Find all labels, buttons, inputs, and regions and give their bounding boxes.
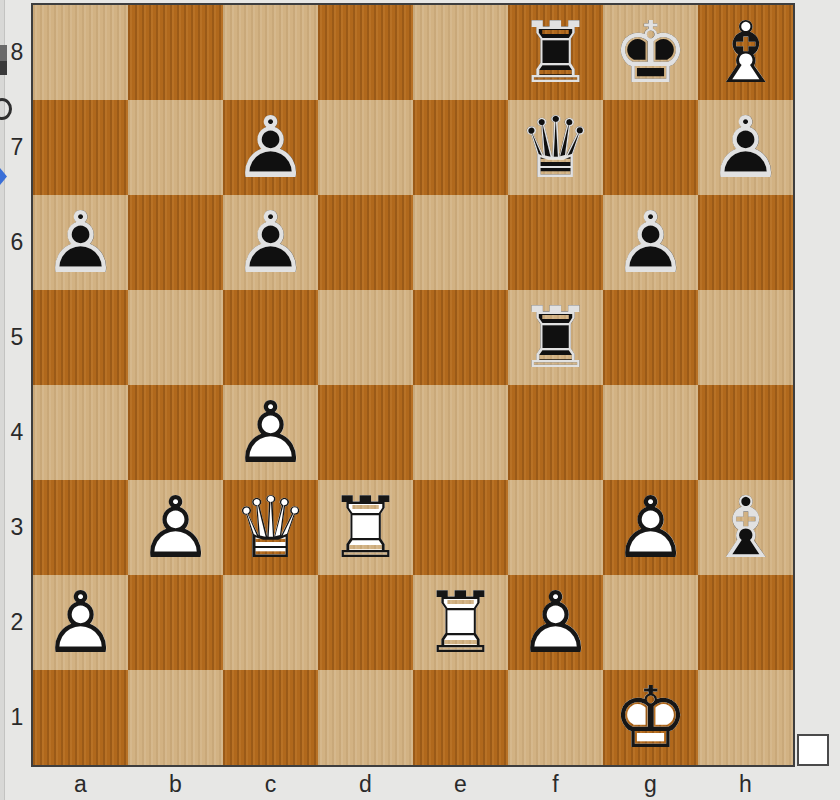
piece-outline-glyph: ♖: [318, 480, 413, 575]
square-h1[interactable]: [698, 670, 793, 765]
white-pawn-c4[interactable]: ♟♙: [223, 385, 318, 480]
file-label-h: h: [698, 770, 793, 798]
white-bishop-h8[interactable]: ♝♗: [698, 5, 793, 100]
square-c6[interactable]: ♟♙: [223, 195, 318, 290]
black-bishop-h3[interactable]: ♝♗: [698, 480, 793, 575]
black-pawn-a6[interactable]: ♟♙: [33, 195, 128, 290]
square-f2[interactable]: ♟♙: [508, 575, 603, 670]
square-d8[interactable]: [318, 5, 413, 100]
black-pawn-g6[interactable]: ♟♙: [603, 195, 698, 290]
square-h5[interactable]: [698, 290, 793, 385]
rank-label-4: 4: [4, 385, 30, 480]
square-g4[interactable]: [603, 385, 698, 480]
square-g3[interactable]: ♟♙: [603, 480, 698, 575]
piece-outline-glyph: ♔: [603, 5, 698, 100]
square-f6[interactable]: [508, 195, 603, 290]
file-label-f: f: [508, 770, 603, 798]
rank-label-8: 8: [4, 5, 30, 100]
square-a4[interactable]: [33, 385, 128, 480]
piece-outline-glyph: ♙: [223, 100, 318, 195]
rank-labels: 87654321: [4, 5, 30, 765]
square-h3[interactable]: ♝♗: [698, 480, 793, 575]
piece-outline-glyph: ♕: [223, 480, 318, 575]
white-king-g1[interactable]: ♚♔: [603, 670, 698, 765]
black-pawn-h7[interactable]: ♟♙: [698, 100, 793, 195]
square-f4[interactable]: [508, 385, 603, 480]
file-label-d: d: [318, 770, 413, 798]
white-queen-c3[interactable]: ♛♕: [223, 480, 318, 575]
black-queen-f7[interactable]: ♛♕: [508, 100, 603, 195]
square-a3[interactable]: [33, 480, 128, 575]
square-a2[interactable]: ♟♙: [33, 575, 128, 670]
square-d7[interactable]: [318, 100, 413, 195]
piece-outline-glyph: ♙: [128, 480, 223, 575]
rank-label-2: 2: [4, 575, 30, 670]
square-h8[interactable]: ♝♗: [698, 5, 793, 100]
square-c2[interactable]: [223, 575, 318, 670]
file-label-b: b: [128, 770, 223, 798]
white-pawn-f2[interactable]: ♟♙: [508, 575, 603, 670]
square-f5[interactable]: ♜♖: [508, 290, 603, 385]
square-d2[interactable]: [318, 575, 413, 670]
square-g6[interactable]: ♟♙: [603, 195, 698, 290]
square-c1[interactable]: [223, 670, 318, 765]
square-a6[interactable]: ♟♙: [33, 195, 128, 290]
piece-outline-glyph: ♗: [698, 5, 793, 100]
rank-label-7: 7: [4, 100, 30, 195]
piece-outline-glyph: ♙: [223, 195, 318, 290]
square-d3[interactable]: ♜♖: [318, 480, 413, 575]
piece-outline-glyph: ♙: [223, 385, 318, 480]
file-labels: abcdefgh: [33, 770, 793, 798]
square-c5[interactable]: [223, 290, 318, 385]
square-b7[interactable]: [128, 100, 223, 195]
chess-board-frame: ♜♖♚♔♝♗♟♙♛♕♟♙♟♙♟♙♟♙♜♖♟♙♟♙♛♕♜♖♟♙♝♗♟♙♜♖♟♙♚♔: [31, 3, 795, 767]
square-e1[interactable]: [413, 670, 508, 765]
screenshot-canvas: 87654321 ♜♖♚♔♝♗♟♙♛♕♟♙♟♙♟♙♟♙♜♖♟♙♟♙♛♕♜♖♟♙♝…: [0, 0, 840, 800]
chess-board: ♜♖♚♔♝♗♟♙♛♕♟♙♟♙♟♙♟♙♜♖♟♙♟♙♛♕♜♖♟♙♝♗♟♙♜♖♟♙♚♔: [33, 5, 793, 765]
white-pawn-g3[interactable]: ♟♙: [603, 480, 698, 575]
square-b5[interactable]: [128, 290, 223, 385]
piece-outline-glyph: ♙: [698, 100, 793, 195]
black-pawn-c6[interactable]: ♟♙: [223, 195, 318, 290]
piece-outline-glyph: ♙: [603, 195, 698, 290]
piece-outline-glyph: ♗: [698, 480, 793, 575]
black-pawn-c7[interactable]: ♟♙: [223, 100, 318, 195]
black-rook-f8[interactable]: ♜♖: [508, 5, 603, 100]
square-a5[interactable]: [33, 290, 128, 385]
piece-outline-glyph: ♖: [508, 290, 603, 385]
white-pawn-a2[interactable]: ♟♙: [33, 575, 128, 670]
square-f1[interactable]: [508, 670, 603, 765]
square-b3[interactable]: ♟♙: [128, 480, 223, 575]
square-g2[interactable]: [603, 575, 698, 670]
white-pawn-b3[interactable]: ♟♙: [128, 480, 223, 575]
square-a7[interactable]: [33, 100, 128, 195]
file-label-g: g: [603, 770, 698, 798]
square-c8[interactable]: [223, 5, 318, 100]
square-b8[interactable]: [128, 5, 223, 100]
square-e2[interactable]: ♜♖: [413, 575, 508, 670]
corner-box[interactable]: [797, 734, 829, 766]
rank-label-6: 6: [4, 195, 30, 290]
square-c4[interactable]: ♟♙: [223, 385, 318, 480]
piece-outline-glyph: ♙: [33, 575, 128, 670]
square-d1[interactable]: [318, 670, 413, 765]
square-e7[interactable]: [413, 100, 508, 195]
file-label-e: e: [413, 770, 508, 798]
square-h2[interactable]: [698, 575, 793, 670]
white-rook-d3[interactable]: ♜♖: [318, 480, 413, 575]
square-d6[interactable]: [318, 195, 413, 290]
square-b4[interactable]: [128, 385, 223, 480]
black-king-g8[interactable]: ♚♔: [603, 5, 698, 100]
square-a1[interactable]: [33, 670, 128, 765]
piece-outline-glyph: ♕: [508, 100, 603, 195]
piece-outline-glyph: ♖: [508, 5, 603, 100]
square-e5[interactable]: [413, 290, 508, 385]
square-e3[interactable]: [413, 480, 508, 575]
square-h6[interactable]: [698, 195, 793, 290]
square-f8[interactable]: ♜♖: [508, 5, 603, 100]
square-g5[interactable]: [603, 290, 698, 385]
square-b1[interactable]: [128, 670, 223, 765]
square-b2[interactable]: [128, 575, 223, 670]
square-c3[interactable]: ♛♕: [223, 480, 318, 575]
black-rook-f5[interactable]: ♜♖: [508, 290, 603, 385]
square-d4[interactable]: [318, 385, 413, 480]
square-e4[interactable]: [413, 385, 508, 480]
square-b6[interactable]: [128, 195, 223, 290]
square-g8[interactable]: ♚♔: [603, 5, 698, 100]
piece-outline-glyph: ♙: [33, 195, 128, 290]
square-c7[interactable]: ♟♙: [223, 100, 318, 195]
rank-label-1: 1: [4, 670, 30, 765]
square-e8[interactable]: [413, 5, 508, 100]
file-label-a: a: [33, 770, 128, 798]
rank-label-3: 3: [4, 480, 30, 575]
piece-outline-glyph: ♙: [603, 480, 698, 575]
piece-outline-glyph: ♙: [508, 575, 603, 670]
square-e6[interactable]: [413, 195, 508, 290]
piece-outline-glyph: ♔: [603, 670, 698, 765]
square-h7[interactable]: ♟♙: [698, 100, 793, 195]
square-d5[interactable]: [318, 290, 413, 385]
piece-outline-glyph: ♖: [413, 575, 508, 670]
square-h4[interactable]: [698, 385, 793, 480]
square-a8[interactable]: [33, 5, 128, 100]
square-g7[interactable]: [603, 100, 698, 195]
rank-label-5: 5: [4, 290, 30, 385]
square-f7[interactable]: ♛♕: [508, 100, 603, 195]
square-f3[interactable]: [508, 480, 603, 575]
square-g1[interactable]: ♚♔: [603, 670, 698, 765]
white-rook-e2[interactable]: ♜♖: [413, 575, 508, 670]
file-label-c: c: [223, 770, 318, 798]
